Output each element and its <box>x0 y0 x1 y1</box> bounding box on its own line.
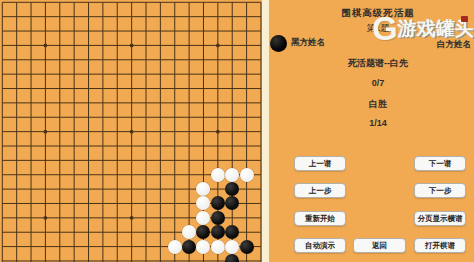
app-window: 围棋高级死活题 第1题 G 游戏罐头 黑方姓名 白方姓名 死活题谱--白先 0/… <box>0 0 474 262</box>
logo-g-icon: G <box>372 12 398 46</box>
prev-record-button[interactable]: 上一谱 <box>294 156 346 171</box>
black-player: 黑方姓名 <box>270 34 325 52</box>
restart-button[interactable]: 重新开始 <box>294 211 346 226</box>
prev-step-button[interactable]: 上一步 <box>294 183 346 198</box>
auto-demo-button[interactable]: 自动演示 <box>294 238 346 253</box>
black-stone <box>182 240 196 254</box>
mode-label: 死活题谱--白先 <box>282 57 474 70</box>
white-stone <box>225 240 239 254</box>
white-stone <box>168 240 182 254</box>
page-counter: 1/14 <box>282 118 474 128</box>
black-player-label: 黑方姓名 <box>291 37 325 49</box>
board-panel-divider <box>262 0 269 262</box>
white-stone <box>211 240 225 254</box>
back-button[interactable]: 返回 <box>353 238 406 253</box>
white-stone <box>240 168 254 182</box>
logo-red-accent <box>461 16 468 22</box>
white-stone <box>225 168 239 182</box>
black-stone <box>240 240 254 254</box>
black-stone-icon <box>270 35 287 52</box>
next-record-button[interactable]: 下一谱 <box>414 156 466 171</box>
paged-display-button[interactable]: 分页显示横谱 <box>414 211 466 226</box>
white-stone <box>211 168 225 182</box>
go-board[interactable] <box>0 0 262 262</box>
black-stone <box>211 211 225 225</box>
attempt-counter: 0/7 <box>282 78 474 88</box>
open-record-button[interactable]: 打开棋谱 <box>414 238 466 253</box>
white-player-label: 白方姓名 <box>437 39 471 51</box>
result-label: 白胜 <box>282 98 474 111</box>
next-step-button[interactable]: 下一步 <box>414 183 466 198</box>
white-stone <box>196 240 210 254</box>
black-stone <box>211 225 225 239</box>
